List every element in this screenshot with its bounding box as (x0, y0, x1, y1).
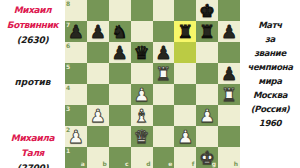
file-label-c: c (125, 161, 129, 167)
piece-black-pawn: ♟ (87, 21, 109, 42)
screenshot-stage: Михаил Ботвинник (2630) против Михаила Т… (0, 0, 300, 168)
square-h7[interactable]: ♟ (218, 21, 240, 42)
square-b2[interactable] (87, 126, 109, 147)
match-info-block: Матч за звание чемпиона мира Москва (Рос… (240, 18, 300, 130)
square-g5[interactable] (196, 63, 218, 84)
square-h2[interactable] (218, 126, 240, 147)
piece-black-knight: ♞ (109, 21, 131, 42)
square-g8[interactable]: ♚ (196, 0, 218, 21)
match-info-line: за (240, 32, 300, 46)
square-g3[interactable]: ♟ (196, 105, 218, 126)
right-panel: Матч за звание чемпиона мира Москва (Рос… (240, 0, 300, 168)
square-a4[interactable]: 4 (65, 84, 87, 105)
square-b4[interactable] (87, 84, 109, 105)
square-f6[interactable] (174, 42, 196, 63)
top-player-rating: (2630) (0, 33, 65, 47)
piece-white-pawn: ♟ (131, 84, 153, 105)
chess-board: 8♚7♟♟♞♜♜♟6♟♛♟5♜♟4♟♜3♟♝♟2♟♛♟1abcdefg♚h (65, 0, 240, 168)
piece-white-king: ♚ (196, 147, 218, 168)
square-c6[interactable]: ♟ (109, 42, 131, 63)
rank-label-5: 5 (66, 64, 70, 70)
rank-label-6: 6 (66, 43, 70, 49)
bottom-player-block: Михаила Таля (2700) (0, 131, 65, 168)
square-b8[interactable] (87, 0, 109, 21)
square-d8[interactable] (131, 0, 153, 21)
square-b1[interactable]: b (87, 147, 109, 168)
square-d1[interactable]: d (131, 147, 153, 168)
square-e2[interactable] (153, 126, 175, 147)
bottom-player-rating: (2700) (0, 161, 65, 168)
piece-black-pawn: ♟ (218, 63, 240, 84)
square-b6[interactable] (87, 42, 109, 63)
square-f1[interactable]: f (174, 147, 196, 168)
square-e1[interactable]: e (153, 147, 175, 168)
square-b3[interactable]: ♟ (87, 105, 109, 126)
square-a8[interactable]: 8 (65, 0, 87, 21)
square-e6[interactable]: ♟ (153, 42, 175, 63)
square-f5[interactable] (174, 63, 196, 84)
square-f8[interactable] (174, 0, 196, 21)
bottom-player-first-name: Михаила (0, 131, 65, 146)
file-label-e: e (168, 161, 172, 167)
square-h6[interactable] (218, 42, 240, 63)
square-h3[interactable] (218, 105, 240, 126)
square-g7[interactable]: ♜ (196, 21, 218, 42)
square-g1[interactable]: g♚ (196, 147, 218, 168)
square-a2[interactable]: 2♟ (65, 126, 87, 147)
square-e5[interactable]: ♜ (153, 63, 175, 84)
square-a1[interactable]: 1a (65, 147, 87, 168)
square-c1[interactable]: c (109, 147, 131, 168)
rank-label-1: 1 (66, 148, 70, 154)
piece-black-pawn: ♟ (65, 21, 87, 42)
square-a5[interactable]: 5 (65, 63, 87, 84)
square-f3[interactable] (174, 105, 196, 126)
square-a6[interactable]: 6 (65, 42, 87, 63)
piece-white-pawn: ♟ (87, 105, 109, 126)
match-info-line: 1960 (240, 116, 300, 130)
file-label-d: d (146, 161, 150, 167)
square-c5[interactable] (109, 63, 131, 84)
match-info-line: чемпиона (240, 60, 300, 74)
square-d7[interactable] (131, 21, 153, 42)
piece-black-king: ♚ (196, 0, 218, 21)
square-a7[interactable]: 7♟ (65, 21, 87, 42)
square-e7[interactable] (153, 21, 175, 42)
file-label-f: f (192, 161, 195, 167)
square-c7[interactable]: ♞ (109, 21, 131, 42)
top-player-first-name: Михаил (0, 3, 65, 18)
piece-white-queen: ♛ (131, 126, 153, 147)
piece-black-pawn: ♟ (153, 42, 175, 63)
match-info-line: звание (240, 46, 300, 60)
file-label-a: a (81, 161, 85, 167)
square-g4[interactable] (196, 84, 218, 105)
piece-white-pawn: ♟ (196, 105, 218, 126)
square-d3[interactable]: ♝ (131, 105, 153, 126)
square-c2[interactable] (109, 126, 131, 147)
match-info-line: Москва (240, 88, 300, 102)
square-f2[interactable]: ♟ (174, 126, 196, 147)
piece-black-queen: ♛ (131, 42, 153, 63)
square-d6[interactable]: ♛ (131, 42, 153, 63)
square-a3[interactable]: 3 (65, 105, 87, 126)
square-h4[interactable]: ♜ (218, 84, 240, 105)
file-label-h: h (234, 161, 238, 167)
square-b5[interactable] (87, 63, 109, 84)
piece-white-pawn: ♟ (174, 126, 196, 147)
square-c8[interactable] (109, 0, 131, 21)
file-label-b: b (102, 161, 106, 167)
square-c3[interactable] (109, 105, 131, 126)
piece-black-rook: ♜ (196, 21, 218, 42)
rank-label-3: 3 (66, 106, 70, 112)
square-e3[interactable] (153, 105, 175, 126)
square-h8[interactable] (218, 0, 240, 21)
top-player-block: Михаил Ботвинник (2630) (0, 3, 65, 47)
piece-white-rook: ♜ (218, 84, 240, 105)
piece-black-pawn: ♟ (109, 42, 131, 63)
match-info-line: Матч (240, 18, 300, 32)
top-player-last-name: Ботвинник (0, 18, 65, 33)
square-e8[interactable] (153, 0, 175, 21)
piece-white-rook: ♜ (153, 63, 175, 84)
square-b7[interactable]: ♟ (87, 21, 109, 42)
square-g2[interactable] (196, 126, 218, 147)
square-d5[interactable] (131, 63, 153, 84)
square-c4[interactable] (109, 84, 131, 105)
square-f4[interactable] (174, 84, 196, 105)
square-d2[interactable]: ♛ (131, 126, 153, 147)
square-h5[interactable]: ♟ (218, 63, 240, 84)
square-e4[interactable] (153, 84, 175, 105)
piece-black-rook: ♜ (174, 21, 196, 42)
left-panel: Михаил Ботвинник (2630) против Михаила Т… (0, 0, 65, 168)
rank-label-8: 8 (66, 1, 70, 7)
piece-white-bishop: ♝ (131, 105, 153, 126)
piece-white-pawn: ♟ (65, 126, 87, 147)
versus-label: против (0, 77, 65, 87)
match-info-line: (Россия) (240, 102, 300, 116)
piece-black-pawn: ♟ (218, 21, 240, 42)
bottom-player-last-name: Таля (0, 146, 65, 161)
match-info-line: мира (240, 74, 300, 88)
square-g6[interactable] (196, 42, 218, 63)
square-h1[interactable]: h (218, 147, 240, 168)
rank-label-4: 4 (66, 85, 70, 91)
square-f7[interactable]: ♜ (174, 21, 196, 42)
square-d4[interactable]: ♟ (131, 84, 153, 105)
